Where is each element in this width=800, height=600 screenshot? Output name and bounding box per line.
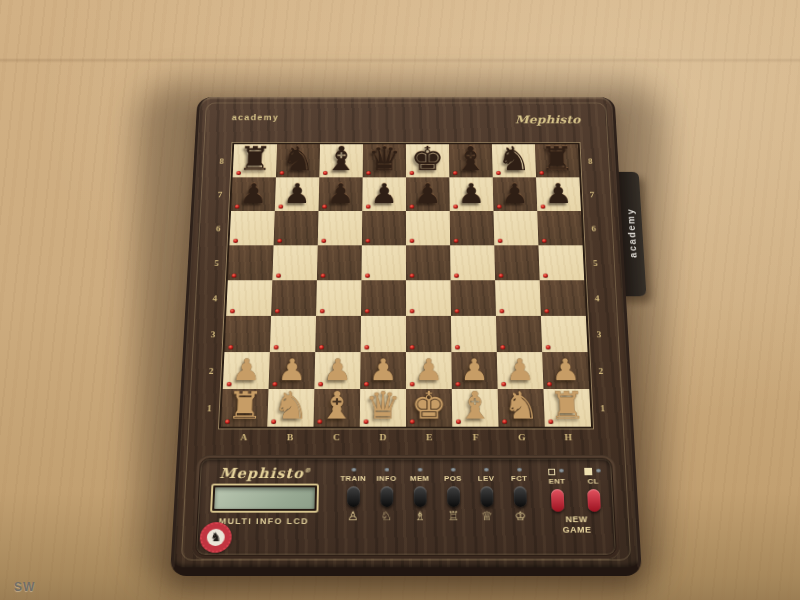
square-c3[interactable]: [315, 316, 361, 352]
academy-label: academy: [232, 113, 280, 121]
square-e6[interactable]: [406, 211, 450, 245]
piece-black-pawn[interactable]: ♟: [414, 179, 442, 206]
rank-label: 2: [588, 352, 615, 389]
square-b7[interactable]: ♟: [275, 177, 320, 211]
piece-white-king[interactable]: ♚: [411, 388, 447, 426]
lcd-caption: MULTI INFO LCD: [219, 516, 310, 525]
square-led-icon: [365, 309, 370, 313]
cl-button[interactable]: [587, 489, 601, 512]
knight-icon: ♘: [381, 510, 393, 522]
square-led-icon: [410, 345, 415, 349]
cartridge-label: academy: [625, 208, 639, 258]
square-led-icon: [542, 239, 547, 243]
square-a5[interactable]: [228, 245, 274, 280]
square-h7[interactable]: ♟: [536, 177, 581, 211]
square-e4[interactable]: [406, 280, 451, 316]
piece-white-pawn[interactable]: ♟: [369, 354, 398, 384]
square-led-icon: [543, 274, 548, 278]
square-led-icon: [364, 345, 369, 349]
mem-led-icon: [417, 468, 422, 472]
fct-button[interactable]: [513, 486, 526, 507]
square-led-icon: [321, 239, 326, 243]
mephisto-logo: Mephisto: [515, 113, 581, 125]
pos-button-label: POS: [444, 474, 462, 482]
square-d1[interactable]: ♛: [360, 389, 406, 427]
train-button-label: TRAIN: [340, 474, 366, 482]
pos-button[interactable]: [447, 486, 460, 507]
rank-label: 7: [579, 177, 604, 211]
fct-button-group: FCT ♔: [502, 467, 538, 550]
train-button-group: TRAIN ♙: [335, 467, 370, 550]
piece-white-pawn[interactable]: ♟: [277, 354, 307, 384]
piece-black-pawn[interactable]: ♟: [501, 179, 529, 206]
square-f8[interactable]: ♝: [449, 144, 493, 177]
file-label: B: [267, 432, 314, 442]
piece-white-bishop[interactable]: ♝: [319, 388, 356, 426]
square-f6[interactable]: [450, 211, 495, 245]
square-led-icon: [500, 309, 505, 313]
new-game-label: NEW GAME: [556, 515, 598, 536]
square-led-icon: [410, 309, 415, 313]
square-d3[interactable]: [361, 316, 406, 352]
piece-white-knight[interactable]: ♞: [503, 388, 540, 426]
piece-white-pawn[interactable]: ♟: [505, 354, 535, 384]
square-d6[interactable]: [362, 211, 406, 245]
lcd-frame: [210, 484, 319, 513]
rank-label: 6: [206, 211, 232, 245]
rank-label: 1: [196, 389, 223, 427]
square-f3[interactable]: [451, 316, 497, 352]
square-e1[interactable]: ♚: [406, 389, 452, 427]
chess-computer: academy Mephisto 8 7 6 5 4 3 2 1 ♜♞♝♛♚♝♞…: [170, 97, 642, 576]
piece-white-bishop[interactable]: ♝: [457, 388, 494, 426]
black-square-marker-icon: [584, 468, 592, 475]
train-button[interactable]: [347, 486, 360, 507]
square-led-icon: [454, 274, 459, 278]
square-d7[interactable]: ♟: [362, 177, 406, 211]
photographer-watermark: SW: [14, 580, 35, 594]
table-surface: academy academy Mephisto 8 7 6 5 4 3 2 1…: [0, 0, 800, 600]
square-a3[interactable]: [224, 316, 271, 352]
mem-button[interactable]: [413, 486, 426, 507]
file-label: C: [313, 432, 360, 442]
bishop-icon: ♗: [414, 510, 426, 522]
piece-black-pawn[interactable]: ♟: [239, 179, 268, 206]
square-d5[interactable]: [361, 245, 406, 280]
square-h3[interactable]: [541, 316, 588, 352]
fct-led-icon: [517, 468, 522, 472]
mem-button-label: MEM: [410, 474, 429, 482]
file-label: G: [499, 432, 546, 442]
piece-white-pawn[interactable]: ♟: [414, 354, 443, 384]
piece-white-pawn[interactable]: ♟: [231, 354, 261, 384]
board-frame-top: academy Mephisto: [211, 106, 601, 144]
square-g4[interactable]: [495, 280, 541, 316]
piece-black-pawn[interactable]: ♟: [457, 179, 485, 206]
pos-led-icon: [450, 468, 455, 472]
rank-label: 4: [202, 280, 228, 316]
square-led-icon: [454, 239, 459, 243]
piece-black-pawn[interactable]: ♟: [327, 179, 355, 206]
square-led-icon: [410, 274, 415, 278]
rank-label: 6: [581, 211, 607, 245]
square-led-icon: [365, 274, 370, 278]
lcd-display: [214, 487, 315, 509]
train-led-icon: [351, 468, 356, 472]
function-buttons: TRAIN ♙ INFO ♘ MEM: [318, 465, 551, 550]
square-d4[interactable]: [361, 280, 406, 316]
square-c7[interactable]: ♟: [319, 177, 363, 211]
file-label: D: [360, 432, 406, 442]
square-led-icon: [546, 345, 551, 349]
piece-black-bishop[interactable]: ♝: [454, 143, 488, 176]
piece-black-rook[interactable]: ♜: [237, 143, 272, 176]
square-led-icon: [320, 309, 325, 313]
piece-black-queen[interactable]: ♛: [367, 143, 401, 176]
square-b6[interactable]: [274, 211, 319, 245]
piece-white-pawn[interactable]: ♟: [551, 354, 581, 384]
lev-button-group: LEV ♕: [469, 467, 504, 550]
rook-icon: ♖: [447, 510, 459, 522]
square-f1[interactable]: ♝: [452, 389, 499, 427]
square-led-icon: [498, 239, 503, 243]
square-g6[interactable]: [493, 211, 538, 245]
square-led-icon: [500, 345, 505, 349]
square-led-icon: [275, 309, 280, 313]
piece-black-king[interactable]: ♚: [411, 143, 445, 176]
square-f7[interactable]: ♟: [449, 177, 493, 211]
file-label: F: [452, 432, 499, 442]
control-panel: Mephisto® MULTI INFO LCD ♞ TRAIN: [192, 455, 620, 559]
lev-button[interactable]: [480, 486, 493, 507]
piece-black-bishop[interactable]: ♝: [324, 143, 358, 176]
square-f5[interactable]: [450, 245, 495, 280]
square-led-icon: [410, 239, 415, 243]
board: ♜♞♝♛♚♝♞♜♟♟♟♟♟♟♟♟♟♟♟♟♟♟♟♟♜♞♝♛♚♝♞♜: [221, 144, 591, 426]
king-icon: ♔: [514, 510, 526, 522]
file-labels: A B C D E F G H: [220, 427, 592, 447]
ent-button-group: ENT: [548, 467, 567, 512]
square-h1[interactable]: ♜: [543, 389, 591, 427]
square-a7[interactable]: ♟: [231, 177, 276, 211]
square-e5[interactable]: [406, 245, 451, 280]
square-b1[interactable]: ♞: [267, 389, 314, 427]
rank-label: 7: [207, 177, 232, 211]
rank-label: 3: [200, 316, 226, 352]
ent-led-icon: [559, 469, 564, 473]
square-a1[interactable]: ♜: [221, 389, 269, 427]
square-g7[interactable]: ♟: [493, 177, 538, 211]
square-h5[interactable]: [538, 245, 584, 280]
info-button[interactable]: [380, 486, 393, 507]
square-g5[interactable]: [494, 245, 539, 280]
knight-seal-icon: ♞: [206, 529, 225, 546]
piece-black-knight[interactable]: ♞: [497, 143, 532, 176]
square-led-icon: [276, 274, 281, 278]
rank-label: 4: [584, 280, 610, 316]
fct-button-label: FCT: [511, 474, 528, 482]
square-b3[interactable]: [270, 316, 316, 352]
square-a4[interactable]: [226, 280, 272, 316]
info-led-icon: [384, 468, 389, 472]
pawn-icon: ♙: [347, 510, 359, 522]
mephisto-seal-icon: ♞: [199, 522, 232, 553]
square-b5[interactable]: [272, 245, 317, 280]
square-led-icon: [321, 274, 326, 278]
square-d8[interactable]: ♛: [363, 144, 406, 177]
square-led-icon: [233, 239, 238, 243]
square-f4[interactable]: [451, 280, 496, 316]
piece-white-pawn[interactable]: ♟: [323, 354, 352, 384]
square-g1[interactable]: ♞: [498, 389, 545, 427]
ent-button[interactable]: [551, 489, 565, 512]
rank-label: 2: [198, 352, 225, 389]
square-led-icon: [455, 309, 460, 313]
square-led-icon: [366, 239, 371, 243]
file-label: E: [406, 432, 452, 442]
square-led-icon: [455, 345, 460, 349]
piece-white-pawn[interactable]: ♟: [460, 354, 489, 384]
square-led-icon: [277, 239, 282, 243]
square-e8[interactable]: ♚: [406, 144, 449, 177]
rank-label: 3: [586, 316, 612, 352]
pos-button-group: POS ♖: [436, 467, 470, 550]
square-b4[interactable]: [271, 280, 317, 316]
square-led-icon: [499, 274, 504, 278]
square-c5[interactable]: [317, 245, 362, 280]
piece-white-rook[interactable]: ♜: [548, 388, 586, 426]
square-g8[interactable]: ♞: [492, 144, 536, 177]
square-c8[interactable]: ♝: [319, 144, 363, 177]
square-a8[interactable]: ♜: [233, 144, 278, 177]
square-h8[interactable]: ♜: [535, 144, 580, 177]
rank-label: 5: [204, 245, 230, 280]
square-led-icon: [230, 309, 235, 313]
square-a6[interactable]: [229, 211, 274, 245]
ent-button-label: ENT: [548, 477, 565, 485]
rank-label: 1: [589, 389, 616, 427]
piece-black-rook[interactable]: ♜: [539, 143, 574, 176]
cl-button-group: CL: [584, 467, 603, 512]
info-button-group: INFO ♘: [369, 467, 403, 550]
cl-button-label: CL: [587, 477, 599, 485]
cl-led-icon: [596, 469, 601, 473]
square-e3[interactable]: [406, 316, 451, 352]
square-h4[interactable]: [540, 280, 586, 316]
square-b8[interactable]: ♞: [276, 144, 320, 177]
white-square-marker-icon: [549, 469, 556, 475]
piece-black-pawn[interactable]: ♟: [544, 179, 573, 206]
action-buttons: ENT CL N: [547, 465, 606, 550]
info-button-label: INFO: [376, 474, 396, 482]
file-label: H: [545, 432, 592, 442]
piece-black-pawn[interactable]: ♟: [370, 179, 398, 206]
rank-label: 8: [578, 144, 603, 177]
file-label: A: [220, 432, 267, 442]
mephisto-panel-logo: Mephisto®: [219, 465, 312, 482]
rank-label: 8: [209, 144, 234, 177]
square-led-icon: [232, 274, 237, 278]
square-g3[interactable]: [496, 316, 542, 352]
piece-black-pawn[interactable]: ♟: [283, 179, 311, 206]
piece-white-knight[interactable]: ♞: [272, 388, 309, 426]
square-led-icon: [274, 345, 279, 349]
square-led-icon: [228, 345, 233, 349]
mem-button-group: MEM ♗: [403, 467, 437, 550]
square-c1[interactable]: ♝: [313, 389, 360, 427]
square-h6[interactable]: [537, 211, 582, 245]
square-e7[interactable]: ♟: [406, 177, 450, 211]
square-c4[interactable]: [316, 280, 361, 316]
square-led-icon: [319, 345, 324, 349]
lev-led-icon: [483, 468, 488, 472]
lev-button-label: LEV: [478, 474, 495, 482]
queen-icon: ♕: [481, 510, 493, 522]
piece-white-rook[interactable]: ♜: [226, 388, 264, 426]
square-c6[interactable]: [318, 211, 363, 245]
square-led-icon: [544, 309, 549, 313]
piece-black-knight[interactable]: ♞: [281, 143, 316, 176]
piece-white-queen[interactable]: ♛: [365, 388, 401, 426]
rank-label: 5: [583, 245, 609, 280]
